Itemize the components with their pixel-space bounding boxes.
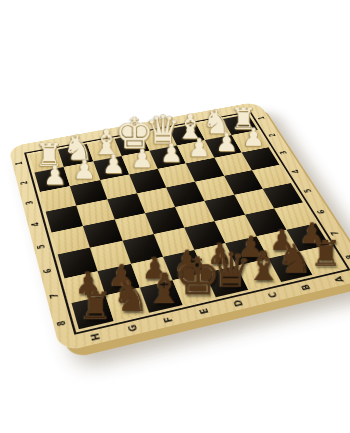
- black-bishop[interactable]: ♝: [146, 270, 183, 308]
- black-rook[interactable]: ♜: [79, 290, 113, 324]
- playing-area-border: ♜♞♝♚♛♝♞♜♟♟♟♟♟♟♟♟♟♟♟♟♟♟♟♟♜♞♝♚♛♝♞♜: [24, 111, 350, 335]
- white-pawn[interactable]: ♟: [73, 158, 96, 181]
- white-pawn[interactable]: ♟: [131, 147, 154, 170]
- product-photo: 12345678 12345678 HGFEDCBA ♜♞♝♚♛♝♞♜♟♟♟♟♟…: [0, 0, 350, 433]
- square-h4[interactable]: [46, 205, 84, 232]
- square-f4[interactable]: [107, 193, 145, 219]
- chess-board: 12345678 12345678 HGFEDCBA ♜♞♝♚♛♝♞♜♟♟♟♟♟…: [8, 101, 350, 352]
- square-d4[interactable]: [166, 182, 205, 207]
- white-pawn[interactable]: ♟: [215, 132, 238, 155]
- white-pawn[interactable]: ♟: [102, 153, 125, 176]
- white-pawn[interactable]: ♟: [188, 137, 211, 160]
- black-rook[interactable]: ♜: [310, 238, 342, 270]
- square-h8[interactable]: ♜: [71, 295, 114, 329]
- white-pawn[interactable]: ♟: [160, 142, 183, 165]
- black-knight[interactable]: ♞: [112, 278, 150, 316]
- white-pawn[interactable]: ♟: [43, 164, 67, 188]
- black-knight[interactable]: ♞: [277, 241, 313, 277]
